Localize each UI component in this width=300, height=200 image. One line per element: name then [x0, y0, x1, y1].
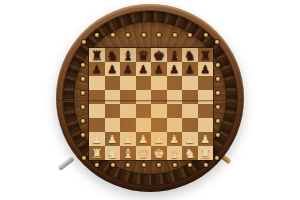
square-d1[interactable]: ♛ — [136, 146, 152, 160]
brass-pin-icon — [215, 156, 219, 160]
square-c7[interactable]: ♟ — [120, 62, 136, 76]
square-f1[interactable]: ♝ — [167, 146, 183, 160]
piece-white-queen[interactable]: ♛ — [137, 147, 149, 160]
piece-white-rook[interactable]: ♜ — [91, 147, 103, 160]
square-g7[interactable]: ♟ — [182, 62, 198, 76]
piece-black-pawn[interactable]: ♟ — [185, 64, 195, 75]
piece-white-bishop[interactable]: ♝ — [168, 147, 180, 160]
square-f8[interactable]: ♝ — [167, 48, 183, 62]
piece-white-knight[interactable]: ♞ — [106, 147, 118, 160]
piece-white-rook[interactable]: ♜ — [199, 147, 211, 160]
piece-black-queen[interactable]: ♛ — [137, 49, 149, 62]
square-b4[interactable] — [105, 104, 121, 118]
square-f4[interactable] — [167, 104, 183, 118]
square-c6[interactable] — [120, 76, 136, 90]
piece-white-pawn[interactable]: ♟ — [169, 134, 179, 145]
square-e5[interactable] — [151, 90, 167, 104]
square-h5[interactable] — [198, 90, 214, 104]
square-b8[interactable]: ♞ — [105, 48, 121, 62]
square-h3[interactable] — [198, 118, 214, 132]
square-a3[interactable] — [89, 118, 105, 132]
piece-white-pawn[interactable]: ♟ — [200, 134, 210, 145]
photo-canvas: ♜♞♝♛♚♝♞♜♟♟♟♟♟♟♟♟♟♟♟♟♟♟♟♟♜♞♝♛♚♝♞♜ — [0, 0, 300, 200]
piece-white-bishop[interactable]: ♝ — [122, 147, 134, 160]
square-b7[interactable]: ♟ — [105, 62, 121, 76]
square-h2[interactable]: ♟ — [198, 132, 214, 146]
square-d8[interactable]: ♛ — [136, 48, 152, 62]
piece-black-knight[interactable]: ♞ — [184, 49, 196, 62]
square-h1[interactable]: ♜ — [198, 146, 214, 160]
square-a7[interactable]: ♟ — [89, 62, 105, 76]
square-d5[interactable] — [136, 90, 152, 104]
piece-black-rook[interactable]: ♜ — [199, 49, 211, 62]
piece-black-pawn[interactable]: ♟ — [107, 64, 117, 75]
square-h7[interactable]: ♟ — [198, 62, 214, 76]
piece-black-pawn[interactable]: ♟ — [200, 64, 210, 75]
piece-white-pawn[interactable]: ♟ — [107, 134, 117, 145]
piece-black-pawn[interactable]: ♟ — [123, 64, 133, 75]
piece-black-pawn[interactable]: ♟ — [154, 64, 164, 75]
square-e4[interactable] — [151, 104, 167, 118]
piece-white-pawn[interactable]: ♟ — [185, 134, 195, 145]
piece-white-pawn[interactable]: ♟ — [138, 134, 148, 145]
square-d2[interactable]: ♟ — [136, 132, 152, 146]
piece-black-pawn[interactable]: ♟ — [169, 64, 179, 75]
square-a6[interactable] — [89, 76, 105, 90]
square-e8[interactable]: ♚ — [151, 48, 167, 62]
round-board-case: ♜♞♝♛♚♝♞♜♟♟♟♟♟♟♟♟♟♟♟♟♟♟♟♟♜♞♝♛♚♝♞♜ — [56, 4, 244, 192]
piece-black-pawn[interactable]: ♟ — [92, 64, 102, 75]
piece-white-pawn[interactable]: ♟ — [154, 134, 164, 145]
square-h4[interactable] — [198, 104, 214, 118]
square-f3[interactable] — [167, 118, 183, 132]
piece-black-rook[interactable]: ♜ — [91, 49, 103, 62]
square-b5[interactable] — [105, 90, 121, 104]
left-latch — [57, 156, 74, 171]
square-f6[interactable] — [167, 76, 183, 90]
square-e3[interactable] — [151, 118, 167, 132]
square-g8[interactable]: ♞ — [182, 48, 198, 62]
square-b2[interactable]: ♟ — [105, 132, 121, 146]
square-g3[interactable] — [182, 118, 198, 132]
square-g5[interactable] — [182, 90, 198, 104]
piece-white-pawn[interactable]: ♟ — [123, 134, 133, 145]
square-a2[interactable]: ♟ — [89, 132, 105, 146]
square-d7[interactable]: ♟ — [136, 62, 152, 76]
square-a5[interactable] — [89, 90, 105, 104]
square-c1[interactable]: ♝ — [120, 146, 136, 160]
square-c3[interactable] — [120, 118, 136, 132]
piece-white-pawn[interactable]: ♟ — [92, 134, 102, 145]
piece-black-bishop[interactable]: ♝ — [122, 49, 134, 62]
square-e6[interactable] — [151, 76, 167, 90]
square-d6[interactable] — [136, 76, 152, 90]
square-c8[interactable]: ♝ — [120, 48, 136, 62]
square-e2[interactable]: ♟ — [151, 132, 167, 146]
square-a8[interactable]: ♜ — [89, 48, 105, 62]
square-b1[interactable]: ♞ — [105, 146, 121, 160]
square-c4[interactable] — [120, 104, 136, 118]
square-g6[interactable] — [182, 76, 198, 90]
square-g1[interactable]: ♞ — [182, 146, 198, 160]
square-b6[interactable] — [105, 76, 121, 90]
square-c5[interactable] — [120, 90, 136, 104]
piece-white-king[interactable]: ♚ — [153, 147, 165, 160]
chess-board: ♜♞♝♛♚♝♞♜♟♟♟♟♟♟♟♟♟♟♟♟♟♟♟♟♜♞♝♛♚♝♞♜ — [89, 48, 213, 160]
square-f5[interactable] — [167, 90, 183, 104]
square-a1[interactable]: ♜ — [89, 146, 105, 160]
square-c2[interactable]: ♟ — [120, 132, 136, 146]
square-d3[interactable] — [136, 118, 152, 132]
square-f2[interactable]: ♟ — [167, 132, 183, 146]
square-b3[interactable] — [105, 118, 121, 132]
piece-black-pawn[interactable]: ♟ — [138, 64, 148, 75]
square-g2[interactable]: ♟ — [182, 132, 198, 146]
square-h8[interactable]: ♜ — [198, 48, 214, 62]
square-a4[interactable] — [89, 104, 105, 118]
square-e1[interactable]: ♚ — [151, 146, 167, 160]
square-g4[interactable] — [182, 104, 198, 118]
square-d4[interactable] — [136, 104, 152, 118]
piece-black-king[interactable]: ♚ — [153, 49, 165, 62]
square-h6[interactable] — [198, 76, 214, 90]
square-e7[interactable]: ♟ — [151, 62, 167, 76]
square-f7[interactable]: ♟ — [167, 62, 183, 76]
piece-black-knight[interactable]: ♞ — [106, 49, 118, 62]
piece-white-knight[interactable]: ♞ — [184, 147, 196, 160]
piece-black-bishop[interactable]: ♝ — [168, 49, 180, 62]
